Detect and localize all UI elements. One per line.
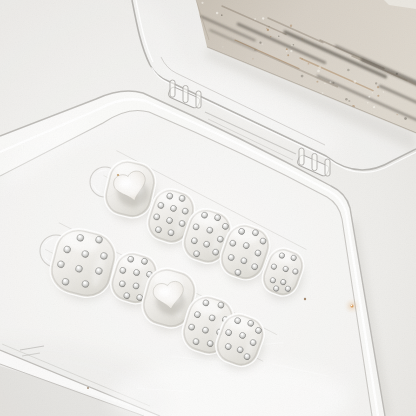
photo-press-on-nail-case <box>0 0 416 416</box>
scene-canvas <box>0 0 416 416</box>
light-accents <box>0 0 416 416</box>
film-grain <box>0 0 416 416</box>
